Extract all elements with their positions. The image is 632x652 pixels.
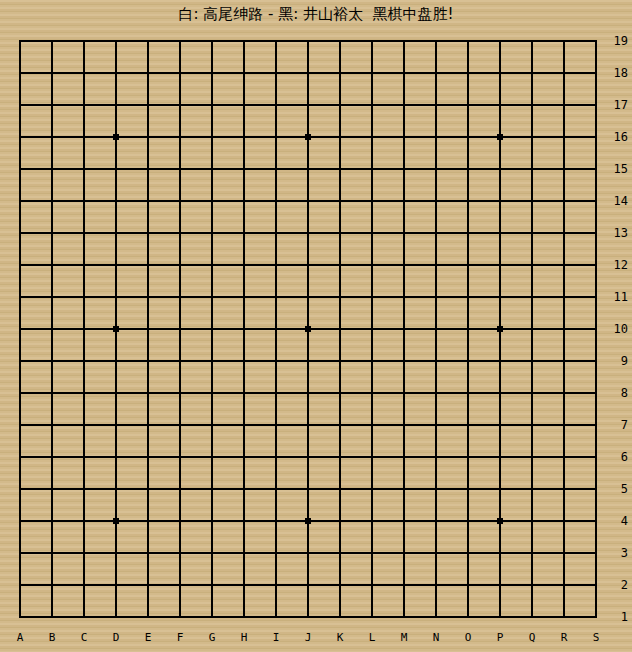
grid-line-horizontal [19, 488, 597, 490]
grid-line-horizontal [19, 424, 597, 426]
grid-line-horizontal [19, 360, 597, 362]
star-point [305, 134, 311, 140]
column-label: P [490, 631, 510, 644]
grid-line-vertical [435, 40, 437, 618]
row-label: 1 [602, 610, 628, 624]
row-label: 5 [602, 482, 628, 496]
row-label: 3 [602, 546, 628, 560]
column-label: J [298, 631, 318, 644]
go-board[interactable] [0, 0, 632, 652]
row-label: 6 [602, 450, 628, 464]
grid-line-horizontal [19, 616, 597, 618]
column-label: M [394, 631, 414, 644]
grid-line-vertical [467, 40, 469, 618]
column-label: H [234, 631, 254, 644]
star-point [113, 326, 119, 332]
star-point [305, 326, 311, 332]
grid-line-vertical [339, 40, 341, 618]
row-label: 12 [602, 258, 628, 272]
column-label: F [170, 631, 190, 644]
column-label: K [330, 631, 350, 644]
star-point [497, 518, 503, 524]
row-label: 15 [602, 162, 628, 176]
row-label: 13 [602, 226, 628, 240]
grid-line-vertical [371, 40, 373, 618]
row-label: 7 [602, 418, 628, 432]
grid-line-horizontal [19, 456, 597, 458]
grid-line-horizontal [19, 552, 597, 554]
grid-line-vertical [595, 40, 597, 618]
star-point [113, 518, 119, 524]
column-label: I [266, 631, 286, 644]
column-label: G [202, 631, 222, 644]
row-label: 2 [602, 578, 628, 592]
column-label: Q [522, 631, 542, 644]
column-label: C [74, 631, 94, 644]
row-label: 4 [602, 514, 628, 528]
go-game-viewer: 白: 高尾绅路 - 黑: 井山裕太 黑棋中盘胜! ABCDEFGHIJKLMNO… [0, 0, 632, 652]
row-label: 11 [602, 290, 628, 304]
grid-line-vertical [403, 40, 405, 618]
row-label: 9 [602, 354, 628, 368]
star-point [497, 134, 503, 140]
column-label: R [554, 631, 574, 644]
column-label: O [458, 631, 478, 644]
column-label: D [106, 631, 126, 644]
column-label: L [362, 631, 382, 644]
grid-line-horizontal [19, 584, 597, 586]
star-point [113, 134, 119, 140]
grid-line-horizontal [19, 392, 597, 394]
row-label: 14 [602, 194, 628, 208]
column-label: E [138, 631, 158, 644]
column-label: B [42, 631, 62, 644]
row-label: 19 [602, 34, 628, 48]
column-label: A [10, 631, 30, 644]
column-label: S [586, 631, 606, 644]
row-label: 10 [602, 322, 628, 336]
grid-line-vertical [531, 40, 533, 618]
star-point [497, 326, 503, 332]
row-label: 17 [602, 98, 628, 112]
row-label: 8 [602, 386, 628, 400]
row-label: 16 [602, 130, 628, 144]
column-label: N [426, 631, 446, 644]
row-label: 18 [602, 66, 628, 80]
grid-line-vertical [563, 40, 565, 618]
star-point [305, 518, 311, 524]
